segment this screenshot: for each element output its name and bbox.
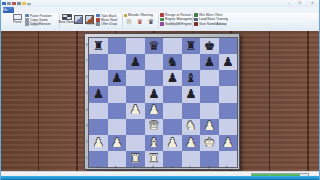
ribbon-group-clipboard: Paste Paste Position Copy Game Copy Posi… bbox=[12, 13, 58, 30]
chess-board-frame: 87654321 ♜♛♜♚♟♞♟♟♟♟♝♟♟♟♟♟♛♞♟♟♟♝♟♟♚♟♜♜ ab… bbox=[84, 33, 240, 170]
blunder-warning-icon bbox=[124, 14, 127, 17]
queen-figure-red-icon: ♛ bbox=[135, 18, 145, 25]
quick-access-caret-icon[interactable] bbox=[27, 3, 31, 5]
chess-board[interactable]: ♜♛♜♚♟♞♟♟♟♟♝♟♟♟♟♟♛♞♟♟♟♝♟♟♚♟♜♜ bbox=[88, 37, 238, 168]
square-h5[interactable] bbox=[219, 86, 238, 102]
save-icon[interactable] bbox=[17, 2, 21, 6]
piece-bP[interactable]: ♟ bbox=[93, 88, 104, 101]
square-e2[interactable]: ♟ bbox=[163, 135, 182, 151]
square-d8[interactable]: ♛ bbox=[145, 38, 164, 54]
piece-wP[interactable]: ♟ bbox=[185, 136, 196, 149]
square-e5[interactable] bbox=[163, 86, 182, 102]
square-d4[interactable]: ♟ bbox=[145, 103, 164, 119]
piece-wP[interactable]: ♟ bbox=[93, 136, 104, 149]
square-a8[interactable]: ♜ bbox=[89, 38, 108, 54]
square-c3[interactable] bbox=[126, 119, 145, 135]
square-h3[interactable] bbox=[219, 119, 238, 135]
group-label-engine: Engine bbox=[170, 22, 180, 25]
square-e8[interactable] bbox=[163, 38, 182, 54]
maximize-button[interactable]: ❐ bbox=[298, 2, 301, 5]
piece-wP[interactable]: ♟ bbox=[167, 136, 178, 149]
square-c2[interactable] bbox=[126, 135, 145, 151]
board-window-background: 87654321 ♜♛♜♚♟♞♟♟♟♟♝♟♟♟♟♟♛♞♟♟♟♝♟♟♚♟♜♜ ab… bbox=[1, 31, 319, 172]
square-d3[interactable]: ♛ bbox=[145, 119, 164, 135]
new-game-icon[interactable] bbox=[7, 2, 11, 6]
square-c4[interactable]: ♟ bbox=[126, 103, 145, 119]
square-f3[interactable]: ♞ bbox=[182, 119, 201, 135]
open-icon[interactable] bbox=[12, 2, 16, 6]
square-c7[interactable]: ♟ bbox=[126, 54, 145, 70]
piece-bP[interactable]: ♟ bbox=[204, 55, 215, 68]
square-f5[interactable]: ♟ bbox=[182, 86, 201, 102]
piece-wK[interactable]: ♚ bbox=[204, 136, 215, 149]
square-g3[interactable]: ♟ bbox=[200, 119, 219, 135]
piece-bN[interactable]: ♞ bbox=[167, 55, 178, 68]
piece-wB[interactable]: ♝ bbox=[148, 136, 159, 149]
square-g6[interactable] bbox=[200, 70, 219, 86]
group-label-clipboard: Clipboard bbox=[28, 22, 42, 25]
ribbon-group-training: Win More Often Load/Save Training Give S… bbox=[194, 13, 246, 30]
queen-figure-black-icon: ♛ bbox=[146, 18, 156, 25]
window-border-left bbox=[0, 0, 1, 180]
square-b2[interactable]: ♟ bbox=[108, 135, 127, 151]
square-a5[interactable]: ♟ bbox=[89, 86, 108, 102]
group-label-training: Training bbox=[214, 22, 226, 25]
square-b4[interactable] bbox=[108, 103, 127, 119]
square-e6[interactable]: ♟ bbox=[163, 70, 182, 86]
ribbon-group-engine: Resign or Restart Engine Management Swit… bbox=[160, 13, 191, 30]
square-d5[interactable]: ♟ bbox=[145, 86, 164, 102]
square-c6[interactable] bbox=[126, 70, 145, 86]
piece-wR[interactable]: ♜ bbox=[130, 152, 141, 165]
square-h8[interactable] bbox=[219, 38, 238, 54]
square-g2[interactable]: ♚ bbox=[200, 135, 219, 151]
square-f7[interactable] bbox=[182, 54, 201, 70]
group-label-game: Game bbox=[86, 22, 95, 25]
square-c8[interactable] bbox=[126, 38, 145, 54]
square-a3[interactable] bbox=[89, 119, 108, 135]
square-d2[interactable]: ♝ bbox=[145, 135, 164, 151]
piece-bP[interactable]: ♟ bbox=[185, 88, 196, 101]
piece-wQ[interactable]: ♛ bbox=[148, 120, 159, 133]
square-e7[interactable]: ♞ bbox=[163, 54, 182, 70]
square-h6[interactable] bbox=[219, 70, 238, 86]
square-e3[interactable] bbox=[163, 119, 182, 135]
square-d6[interactable] bbox=[145, 70, 164, 86]
piece-bK[interactable]: ♚ bbox=[204, 39, 215, 52]
queen-figure-white-icon: ♛ bbox=[124, 18, 134, 25]
square-c5[interactable] bbox=[126, 86, 145, 102]
square-b3[interactable] bbox=[108, 119, 127, 135]
square-b8[interactable] bbox=[108, 38, 127, 54]
square-h2[interactable]: ♟ bbox=[219, 135, 238, 151]
ribbon-group-strength: Blunder Warning ♛ Beginner ♛ Club Player… bbox=[124, 13, 157, 30]
bottom-accent-bar bbox=[0, 176, 320, 180]
square-a2[interactable]: ♟ bbox=[89, 135, 108, 151]
square-f2[interactable]: ♟ bbox=[182, 135, 201, 151]
minimize-button[interactable]: – bbox=[288, 2, 290, 5]
piece-bQ[interactable]: ♛ bbox=[148, 39, 159, 52]
piece-bB[interactable]: ♝ bbox=[185, 72, 196, 85]
square-f6[interactable]: ♝ bbox=[182, 70, 201, 86]
square-g7[interactable]: ♟ bbox=[200, 54, 219, 70]
square-f8[interactable]: ♜ bbox=[182, 38, 201, 54]
piece-bP[interactable]: ♟ bbox=[167, 72, 178, 85]
square-f4[interactable] bbox=[182, 103, 201, 119]
favorites-icon[interactable] bbox=[22, 2, 26, 6]
square-h4[interactable] bbox=[219, 103, 238, 119]
square-g8[interactable]: ♚ bbox=[200, 38, 219, 54]
piece-wP[interactable]: ♟ bbox=[111, 136, 122, 149]
piece-bR[interactable]: ♜ bbox=[93, 39, 104, 52]
ribbon: Paste Paste Position Copy Game Copy Posi… bbox=[1, 13, 319, 32]
close-button[interactable]: ✕ bbox=[311, 2, 314, 5]
square-d7[interactable] bbox=[145, 54, 164, 70]
piece-bP[interactable]: ♟ bbox=[148, 88, 159, 101]
piece-bP[interactable]: ♟ bbox=[130, 55, 141, 68]
square-a7[interactable] bbox=[89, 54, 108, 70]
app-icon bbox=[2, 2, 6, 6]
piece-bP[interactable]: ♟ bbox=[111, 72, 122, 85]
square-g5[interactable] bbox=[200, 86, 219, 102]
square-a6[interactable] bbox=[89, 70, 108, 86]
piece-wP[interactable]: ♟ bbox=[130, 104, 141, 117]
piece-wP[interactable]: ♟ bbox=[148, 104, 159, 117]
square-b7[interactable] bbox=[108, 54, 127, 70]
piece-wP[interactable]: ♟ bbox=[222, 136, 233, 149]
file-labels: abcdefgh bbox=[88, 166, 236, 170]
piece-bR[interactable]: ♜ bbox=[185, 39, 196, 52]
square-a4[interactable] bbox=[89, 103, 108, 119]
square-e4[interactable] bbox=[163, 103, 182, 119]
piece-wN[interactable]: ♞ bbox=[185, 120, 196, 133]
square-h7[interactable]: ♟ bbox=[219, 54, 238, 70]
piece-bP[interactable]: ♟ bbox=[222, 55, 233, 68]
square-b5[interactable] bbox=[108, 86, 127, 102]
piece-wR[interactable]: ♜ bbox=[148, 152, 159, 165]
ribbon-group-game: New Game Easy Game Rated Game Take Back … bbox=[61, 13, 121, 30]
fritz-chess-window: – ❐ ✕ File Home Insert Board Report Anal… bbox=[0, 0, 320, 180]
piece-wP[interactable]: ♟ bbox=[204, 120, 215, 133]
square-b6[interactable]: ♟ bbox=[108, 70, 127, 86]
square-g4[interactable] bbox=[200, 103, 219, 119]
